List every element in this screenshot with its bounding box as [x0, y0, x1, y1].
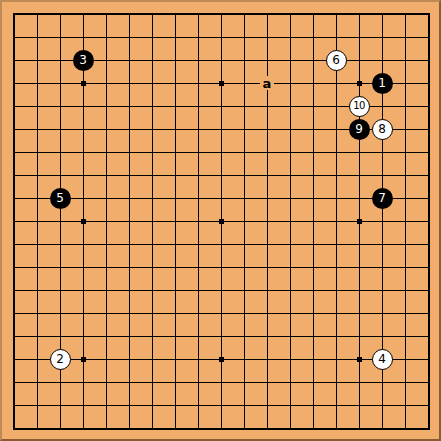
board-grid[interactable]: 12345678910a — [3, 3, 440, 440]
stone-white-2[interactable]: 2 — [50, 349, 71, 370]
board-intersection-ci[interactable]: 5 — [49, 187, 72, 210]
board-intersection-ld[interactable]: a — [256, 72, 279, 95]
stone-black-1[interactable]: 1 — [372, 73, 393, 94]
stone-black-3[interactable]: 3 — [73, 50, 94, 71]
board-intersection-qi[interactable]: 7 — [371, 187, 394, 210]
board-intersection-oc[interactable]: 6 — [325, 49, 348, 72]
stone-white-10[interactable]: 10 — [349, 96, 370, 117]
board-intersection-qp[interactable]: 4 — [371, 348, 394, 371]
board-intersection-pe[interactable]: 10 — [348, 95, 371, 118]
stone-black-7[interactable]: 7 — [372, 188, 393, 209]
board-intersection-pf[interactable]: 9 — [348, 118, 371, 141]
stone-white-4[interactable]: 4 — [372, 349, 393, 370]
point-label-a: a — [260, 76, 274, 90]
stone-black-5[interactable]: 5 — [50, 188, 71, 209]
board-intersection-qd[interactable]: 1 — [371, 72, 394, 95]
stone-white-6[interactable]: 6 — [326, 50, 347, 71]
board-intersection-qf[interactable]: 8 — [371, 118, 394, 141]
stone-white-8[interactable]: 8 — [372, 119, 393, 140]
board-intersection-dc[interactable]: 3 — [72, 49, 95, 72]
go-board[interactable]: 12345678910a — [0, 0, 441, 441]
board-intersection-cp[interactable]: 2 — [49, 348, 72, 371]
stone-black-9[interactable]: 9 — [349, 119, 370, 140]
